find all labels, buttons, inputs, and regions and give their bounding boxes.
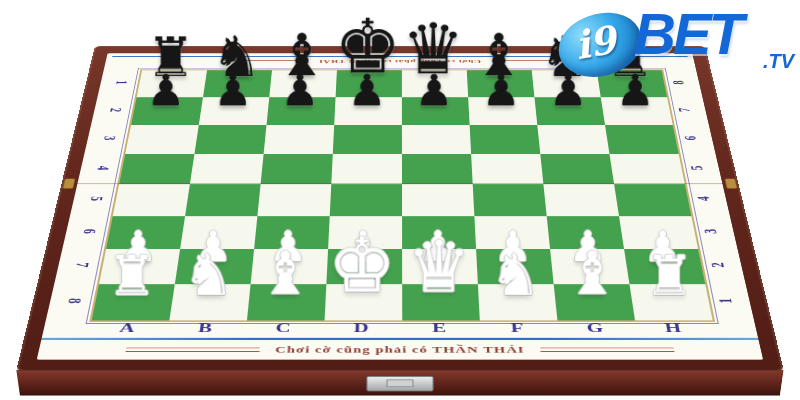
- rank-label-5: 5: [86, 194, 106, 204]
- square-e4[interactable]: [402, 184, 474, 216]
- square-f7[interactable]: [468, 97, 537, 125]
- rank-label-4: 4: [694, 194, 714, 204]
- hinge-left-icon: [62, 179, 75, 189]
- square-c8[interactable]: [269, 70, 337, 97]
- square-c7[interactable]: [267, 97, 336, 125]
- slogan-rule-right: [540, 348, 674, 352]
- rank-label-4: 4: [93, 163, 113, 173]
- square-d6[interactable]: [333, 125, 402, 154]
- hinge-right-icon: [724, 179, 737, 189]
- square-b5[interactable]: [190, 154, 264, 184]
- piece-white-rook-h1[interactable]: ♜: [604, 248, 734, 303]
- rank-label-5: 5: [687, 163, 707, 173]
- latch-slot-icon: [387, 379, 414, 387]
- square-c4[interactable]: [257, 184, 331, 216]
- square-b6[interactable]: [194, 125, 266, 154]
- logo-main-text: BET: [634, 0, 741, 67]
- square-g7[interactable]: [534, 97, 605, 125]
- rank-label-6: 6: [681, 133, 700, 143]
- board-plane: Chơi cờ cũng phải có THẦN THÁI 12345678 …: [16, 46, 784, 371]
- file-label-h: H: [633, 320, 714, 335]
- square-f8[interactable]: [467, 70, 535, 97]
- square-a8[interactable]: [137, 70, 207, 97]
- logo-suffix-text: .TV: [763, 50, 794, 73]
- square-g5[interactable]: [540, 154, 614, 184]
- bottom-slogan-text: Chơi cờ cũng phải có THẦN THÁI: [275, 344, 525, 355]
- square-a4[interactable]: [113, 184, 190, 216]
- square-c5[interactable]: [261, 154, 333, 184]
- logo-bubble-text: i9: [571, 17, 619, 68]
- square-f6[interactable]: [470, 125, 541, 154]
- screenshot-root: Chơi cờ cũng phải có THẦN THÁI 12345678 …: [0, 0, 800, 400]
- square-d8[interactable]: [336, 70, 402, 97]
- i9bet-logo: i9 BET .TV: [558, 2, 798, 80]
- file-label-c: C: [243, 320, 322, 335]
- frame-front-face: [16, 370, 783, 396]
- square-f5[interactable]: [471, 154, 543, 184]
- square-g4[interactable]: [543, 184, 619, 216]
- slogan-rule-left: [126, 348, 260, 352]
- square-e6[interactable]: [402, 125, 471, 154]
- bottom-slogan-row: Chơi cờ cũng phải có THẦN THÁI: [38, 344, 763, 355]
- top-slogan-text: Chơi cờ cũng phải có THẦN THÁI: [318, 59, 481, 64]
- bottom-blue-line: [41, 338, 758, 340]
- square-h6[interactable]: [605, 125, 679, 154]
- latch-icon: [366, 376, 434, 391]
- file-label-g: G: [555, 320, 635, 335]
- square-b4[interactable]: [185, 184, 260, 216]
- square-a5[interactable]: [119, 154, 194, 184]
- square-e7[interactable]: [402, 97, 470, 125]
- square-h5[interactable]: [609, 154, 684, 184]
- rank-label-7: 7: [675, 105, 694, 114]
- square-a7[interactable]: [131, 97, 203, 125]
- square-d5[interactable]: [331, 154, 402, 184]
- square-d4[interactable]: [330, 184, 402, 216]
- file-label-a: A: [86, 320, 167, 335]
- file-label-f: F: [478, 320, 557, 335]
- board-sheet: Chơi cờ cũng phải có THẦN THÁI 12345678 …: [37, 53, 764, 359]
- square-h4[interactable]: [614, 184, 691, 216]
- rank-label-1: 1: [112, 78, 131, 87]
- file-label-b: B: [165, 320, 245, 335]
- square-b7[interactable]: [199, 97, 269, 125]
- banner-rule-left: [221, 60, 308, 63]
- fold-seam: [77, 183, 722, 184]
- square-f4[interactable]: [473, 184, 547, 216]
- square-c6[interactable]: [264, 125, 335, 154]
- square-b8[interactable]: [203, 70, 272, 97]
- file-label-d: D: [322, 320, 400, 335]
- square-e8[interactable]: [402, 70, 468, 97]
- square-d7[interactable]: [334, 97, 402, 125]
- square-h7[interactable]: [601, 97, 673, 125]
- square-a6[interactable]: [125, 125, 199, 154]
- rank-label-2: 2: [106, 105, 125, 114]
- square-e5[interactable]: [402, 154, 473, 184]
- square-g6[interactable]: [537, 125, 609, 154]
- file-label-e: E: [400, 320, 478, 335]
- rank-label-3: 3: [99, 133, 118, 143]
